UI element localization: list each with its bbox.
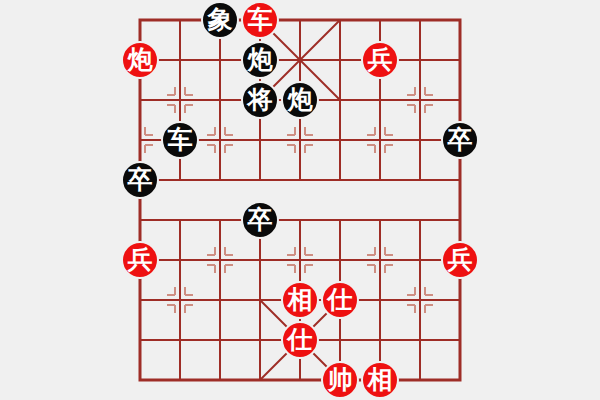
point-f3-r6[interactable] xyxy=(240,240,280,280)
point-f2-r2[interactable] xyxy=(200,80,240,120)
point-f0-r3[interactable] xyxy=(120,120,160,160)
point-f4-r4[interactable] xyxy=(280,160,320,200)
black-general[interactable]: 将 xyxy=(241,81,279,119)
point-f3-r8[interactable] xyxy=(240,320,280,360)
point-f7-r8[interactable] xyxy=(400,320,440,360)
point-f6-r2[interactable] xyxy=(360,80,400,120)
point-f8-r2[interactable] xyxy=(440,80,480,120)
point-f7-r3[interactable] xyxy=(400,120,440,160)
point-f6-r0[interactable] xyxy=(360,0,400,40)
point-f7-r7[interactable] xyxy=(400,280,440,320)
point-f8-r7[interactable] xyxy=(440,280,480,320)
point-f1-r2[interactable] xyxy=(160,80,200,120)
red-soldier[interactable]: 兵 xyxy=(441,241,479,279)
black-soldier[interactable]: 卒 xyxy=(441,121,479,159)
point-f4-r2[interactable]: 炮 xyxy=(280,80,320,120)
point-f2-r7[interactable] xyxy=(200,280,240,320)
point-f7-r2[interactable] xyxy=(400,80,440,120)
point-f5-r6[interactable] xyxy=(320,240,360,280)
point-f4-r7[interactable]: 相 xyxy=(280,280,320,320)
point-f6-r4[interactable] xyxy=(360,160,400,200)
point-f4-r1[interactable] xyxy=(280,40,320,80)
red-elephant[interactable]: 相 xyxy=(281,281,319,319)
point-f5-r2[interactable] xyxy=(320,80,360,120)
xiangqi-app: 象车炮炮兵将炮车卒卒卒兵兵相仕仕帅相 xyxy=(0,0,600,400)
red-advisor[interactable]: 仕 xyxy=(321,281,359,319)
point-f8-r5[interactable] xyxy=(440,200,480,240)
point-f6-r3[interactable] xyxy=(360,120,400,160)
black-chariot[interactable]: 车 xyxy=(161,121,199,159)
point-f4-r3[interactable] xyxy=(280,120,320,160)
point-f1-r9[interactable] xyxy=(160,360,200,400)
point-f1-r6[interactable] xyxy=(160,240,200,280)
black-cannon[interactable]: 炮 xyxy=(281,81,319,119)
point-f4-r5[interactable] xyxy=(280,200,320,240)
point-f1-r0[interactable] xyxy=(160,0,200,40)
red-cannon[interactable]: 炮 xyxy=(121,41,159,79)
point-f4-r0[interactable] xyxy=(280,0,320,40)
point-f0-r8[interactable] xyxy=(120,320,160,360)
point-f1-r3[interactable]: 车 xyxy=(160,120,200,160)
point-f5-r1[interactable] xyxy=(320,40,360,80)
point-f0-r6[interactable]: 兵 xyxy=(120,240,160,280)
point-f6-r9[interactable]: 相 xyxy=(360,360,400,400)
point-f4-r9[interactable] xyxy=(280,360,320,400)
point-f3-r4[interactable] xyxy=(240,160,280,200)
point-f1-r5[interactable] xyxy=(160,200,200,240)
point-f7-r1[interactable] xyxy=(400,40,440,80)
point-f5-r5[interactable] xyxy=(320,200,360,240)
point-f8-r6[interactable]: 兵 xyxy=(440,240,480,280)
point-f2-r9[interactable] xyxy=(200,360,240,400)
point-f0-r7[interactable] xyxy=(120,280,160,320)
point-f5-r3[interactable] xyxy=(320,120,360,160)
point-f8-r0[interactable] xyxy=(440,0,480,40)
point-f2-r5[interactable] xyxy=(200,200,240,240)
black-soldier[interactable]: 卒 xyxy=(241,201,279,239)
red-soldier[interactable]: 兵 xyxy=(361,41,399,79)
point-f3-r9[interactable] xyxy=(240,360,280,400)
black-cannon[interactable]: 炮 xyxy=(241,41,279,79)
point-f5-r4[interactable] xyxy=(320,160,360,200)
point-f5-r7[interactable]: 仕 xyxy=(320,280,360,320)
point-f3-r0[interactable]: 车 xyxy=(240,0,280,40)
point-f4-r8[interactable]: 仕 xyxy=(280,320,320,360)
point-f3-r5[interactable]: 卒 xyxy=(240,200,280,240)
black-soldier[interactable]: 卒 xyxy=(121,161,159,199)
point-f3-r2[interactable]: 将 xyxy=(240,80,280,120)
point-f7-r0[interactable] xyxy=(400,0,440,40)
point-f2-r0[interactable]: 象 xyxy=(200,0,240,40)
point-f6-r8[interactable] xyxy=(360,320,400,360)
point-f6-r5[interactable] xyxy=(360,200,400,240)
point-f2-r6[interactable] xyxy=(200,240,240,280)
point-f7-r5[interactable] xyxy=(400,200,440,240)
point-f2-r1[interactable] xyxy=(200,40,240,80)
red-advisor[interactable]: 仕 xyxy=(281,321,319,359)
xiangqi-board: 象车炮炮兵将炮车卒卒卒兵兵相仕仕帅相 xyxy=(120,0,480,400)
point-f2-r8[interactable] xyxy=(200,320,240,360)
point-f8-r4[interactable] xyxy=(440,160,480,200)
point-f0-r2[interactable] xyxy=(120,80,160,120)
point-f0-r1[interactable]: 炮 xyxy=(120,40,160,80)
point-f8-r3[interactable]: 卒 xyxy=(440,120,480,160)
point-f0-r5[interactable] xyxy=(120,200,160,240)
point-f3-r3[interactable] xyxy=(240,120,280,160)
point-f8-r9[interactable] xyxy=(440,360,480,400)
point-f1-r7[interactable] xyxy=(160,280,200,320)
point-f6-r7[interactable] xyxy=(360,280,400,320)
point-f5-r0[interactable] xyxy=(320,0,360,40)
point-f2-r3[interactable] xyxy=(200,120,240,160)
point-f3-r1[interactable]: 炮 xyxy=(240,40,280,80)
red-elephant[interactable]: 相 xyxy=(361,361,399,399)
point-f4-r6[interactable] xyxy=(280,240,320,280)
point-f0-r9[interactable] xyxy=(120,360,160,400)
point-f8-r1[interactable] xyxy=(440,40,480,80)
point-f1-r1[interactable] xyxy=(160,40,200,80)
point-f5-r9[interactable]: 帅 xyxy=(320,360,360,400)
point-f6-r1[interactable]: 兵 xyxy=(360,40,400,80)
point-f6-r6[interactable] xyxy=(360,240,400,280)
point-f1-r8[interactable] xyxy=(160,320,200,360)
red-chariot[interactable]: 车 xyxy=(241,1,279,39)
red-general[interactable]: 帅 xyxy=(321,361,359,399)
black-elephant[interactable]: 象 xyxy=(201,1,239,39)
point-f1-r4[interactable] xyxy=(160,160,200,200)
point-f7-r4[interactable] xyxy=(400,160,440,200)
point-f3-r7[interactable] xyxy=(240,280,280,320)
red-soldier[interactable]: 兵 xyxy=(121,241,159,279)
point-f0-r4[interactable]: 卒 xyxy=(120,160,160,200)
point-f8-r8[interactable] xyxy=(440,320,480,360)
point-f2-r4[interactable] xyxy=(200,160,240,200)
point-f7-r6[interactable] xyxy=(400,240,440,280)
point-f5-r8[interactable] xyxy=(320,320,360,360)
point-f0-r0[interactable] xyxy=(120,0,160,40)
point-f7-r9[interactable] xyxy=(400,360,440,400)
